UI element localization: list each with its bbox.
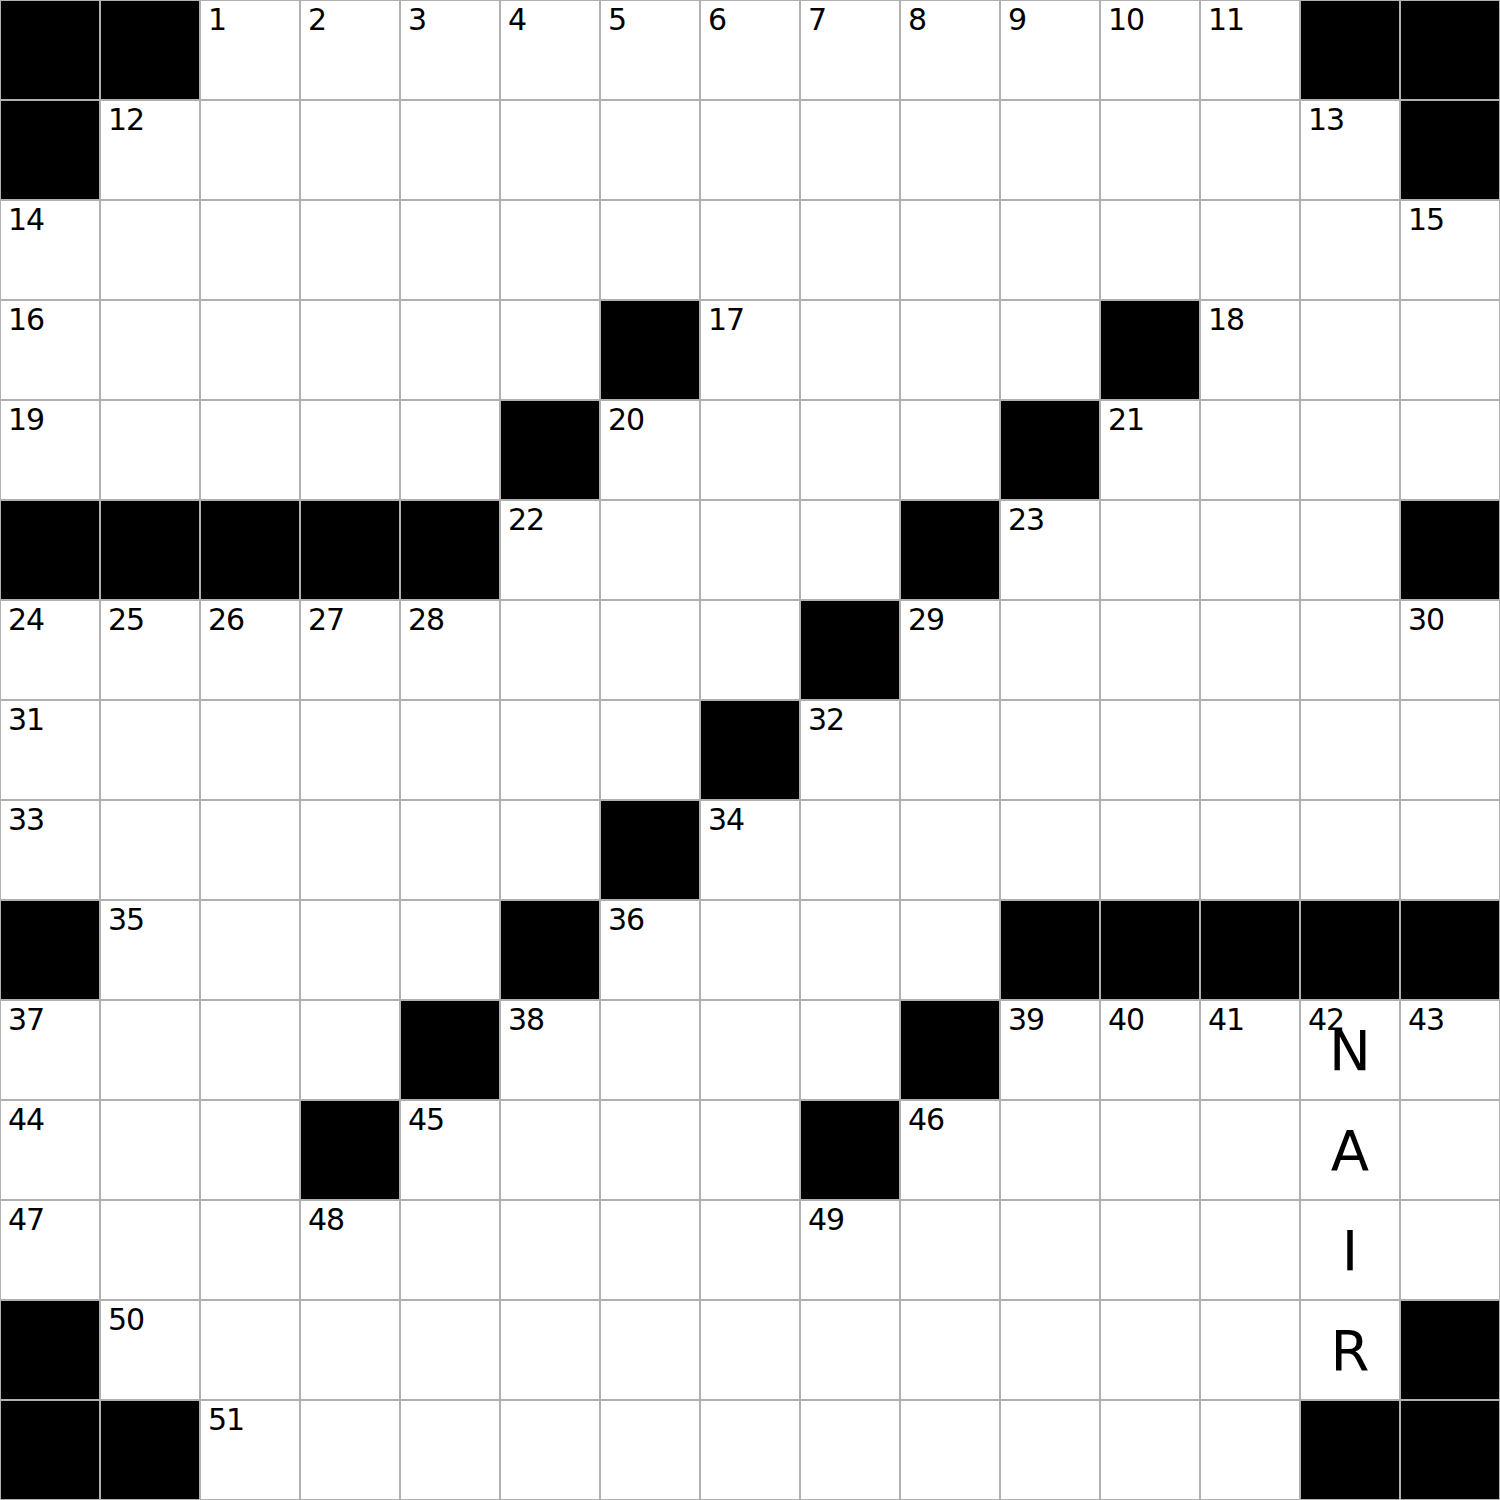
grid-cell[interactable] — [1100, 1300, 1200, 1400]
grid-cell[interactable] — [100, 1200, 200, 1300]
grid-cell[interactable] — [1000, 1400, 1100, 1500]
grid-cell[interactable] — [500, 1400, 600, 1500]
block-cell — [800, 600, 900, 700]
grid-cell[interactable]: 36 — [600, 900, 700, 1000]
grid-cell[interactable] — [1300, 500, 1400, 600]
grid-cell[interactable]: 13 — [1300, 100, 1400, 200]
grid-cell[interactable] — [600, 500, 700, 600]
clue-number: 1 — [208, 3, 226, 36]
clue-number: 11 — [1208, 3, 1244, 36]
grid-cell[interactable]: 25 — [100, 600, 200, 700]
grid-cell[interactable] — [800, 300, 900, 400]
crossword-grid: 1234567891011121314151617181920212223242… — [0, 0, 1500, 1500]
grid-cell[interactable] — [1200, 700, 1300, 800]
grid-cell[interactable] — [600, 700, 700, 800]
grid-cell[interactable] — [600, 200, 700, 300]
grid-cell[interactable]: 24 — [0, 600, 100, 700]
grid-cell[interactable] — [600, 1000, 700, 1100]
clue-number: 51 — [208, 1403, 244, 1436]
clue-number: 49 — [808, 1203, 844, 1236]
grid-cell[interactable]: 28 — [400, 600, 500, 700]
grid-cell[interactable] — [700, 600, 800, 700]
grid-cell[interactable] — [1100, 500, 1200, 600]
grid-cell[interactable] — [500, 1100, 600, 1200]
grid-cell[interactable] — [600, 1200, 700, 1300]
grid-cell[interactable] — [400, 800, 500, 900]
clue-number: 3 — [408, 3, 426, 36]
block-cell — [100, 0, 200, 100]
block-cell — [1300, 900, 1400, 1000]
clue-number: 21 — [1108, 403, 1144, 436]
grid-cell[interactable] — [1000, 700, 1100, 800]
block-cell — [0, 1400, 100, 1500]
grid-cell[interactable] — [500, 200, 600, 300]
block-cell — [1400, 1400, 1500, 1500]
grid-cell[interactable]: A — [1300, 1100, 1400, 1200]
grid-cell[interactable] — [600, 600, 700, 700]
clue-number: 32 — [808, 703, 844, 736]
grid-cell[interactable]: 40 — [1100, 1000, 1200, 1100]
grid-cell[interactable] — [800, 400, 900, 500]
grid-cell[interactable] — [400, 100, 500, 200]
grid-cell[interactable] — [800, 200, 900, 300]
grid-cell[interactable]: 47 — [0, 1200, 100, 1300]
grid-cell[interactable] — [800, 1000, 900, 1100]
grid-cell[interactable] — [200, 1000, 300, 1100]
grid-cell[interactable]: 11 — [1200, 0, 1300, 100]
grid-cell[interactable] — [200, 900, 300, 1000]
grid-cell[interactable] — [400, 700, 500, 800]
grid-cell[interactable] — [600, 1100, 700, 1200]
clue-number: 4 — [508, 3, 526, 36]
grid-cell[interactable] — [1000, 1300, 1100, 1400]
block-cell — [1400, 1300, 1500, 1400]
grid-cell[interactable] — [100, 800, 200, 900]
clue-number: 7 — [808, 3, 826, 36]
grid-cell[interactable] — [700, 200, 800, 300]
grid-cell[interactable]: 4 — [500, 0, 600, 100]
clue-number: 19 — [8, 403, 44, 436]
block-cell — [1400, 100, 1500, 200]
grid-cell[interactable] — [1000, 1200, 1100, 1300]
clue-number: 31 — [8, 703, 44, 736]
grid-cell[interactable] — [1400, 1100, 1500, 1200]
grid-cell[interactable]: 22 — [500, 500, 600, 600]
block-cell — [0, 100, 100, 200]
grid-cell[interactable] — [800, 1300, 900, 1400]
grid-cell[interactable] — [100, 700, 200, 800]
grid-cell[interactable]: 14 — [0, 200, 100, 300]
filled-letter: N — [1300, 1000, 1400, 1100]
grid-cell[interactable] — [1200, 100, 1300, 200]
grid-cell[interactable]: 50 — [100, 1300, 200, 1400]
grid-cell[interactable] — [1200, 1400, 1300, 1500]
grid-cell[interactable] — [1300, 300, 1400, 400]
grid-cell[interactable]: 43 — [1400, 1000, 1500, 1100]
grid-cell[interactable] — [1200, 500, 1300, 600]
grid-cell[interactable]: 33 — [0, 800, 100, 900]
grid-cell[interactable] — [1300, 400, 1400, 500]
grid-cell[interactable] — [700, 400, 800, 500]
grid-cell[interactable]: 35 — [100, 900, 200, 1000]
grid-cell[interactable]: 15 — [1400, 200, 1500, 300]
block-cell — [900, 1000, 1000, 1100]
grid-cell[interactable] — [200, 700, 300, 800]
grid-cell[interactable] — [300, 200, 400, 300]
block-cell — [0, 500, 100, 600]
clue-number: 35 — [108, 903, 144, 936]
clue-number: 30 — [1408, 603, 1444, 636]
grid-cell[interactable] — [700, 1000, 800, 1100]
block-cell — [300, 1100, 400, 1200]
grid-cell[interactable] — [1000, 300, 1100, 400]
grid-cell[interactable] — [700, 900, 800, 1000]
grid-cell[interactable] — [1400, 800, 1500, 900]
grid-cell[interactable] — [900, 100, 1000, 200]
grid-cell[interactable] — [1300, 700, 1400, 800]
grid-cell[interactable] — [300, 900, 400, 1000]
grid-cell[interactable] — [1300, 600, 1400, 700]
grid-cell[interactable] — [1400, 1200, 1500, 1300]
grid-cell[interactable]: 19 — [0, 400, 100, 500]
grid-cell[interactable]: 42N — [1300, 1000, 1400, 1100]
filled-letter: I — [1300, 1200, 1400, 1300]
grid-cell[interactable] — [700, 1200, 800, 1300]
grid-cell[interactable] — [1200, 1300, 1300, 1400]
grid-cell[interactable] — [1100, 700, 1200, 800]
grid-cell[interactable]: 46 — [900, 1100, 1000, 1200]
clue-number: 28 — [408, 603, 444, 636]
grid-cell[interactable] — [300, 300, 400, 400]
clue-number: 47 — [8, 1203, 44, 1236]
grid-cell[interactable] — [700, 1300, 800, 1400]
grid-cell[interactable]: 10 — [1100, 0, 1200, 100]
clue-number: 5 — [608, 3, 626, 36]
block-cell — [1000, 400, 1100, 500]
grid-cell[interactable] — [1200, 1200, 1300, 1300]
grid-cell[interactable]: 7 — [800, 0, 900, 100]
grid-cell[interactable] — [100, 1100, 200, 1200]
grid-cell[interactable] — [1000, 800, 1100, 900]
clue-number: 23 — [1008, 503, 1044, 536]
clue-number: 43 — [1408, 1003, 1444, 1036]
clue-number: 17 — [708, 303, 744, 336]
grid-cell[interactable]: 30 — [1400, 600, 1500, 700]
grid-cell[interactable] — [1400, 300, 1500, 400]
grid-cell[interactable] — [1200, 600, 1300, 700]
grid-cell[interactable] — [800, 800, 900, 900]
grid-cell[interactable] — [1200, 400, 1300, 500]
grid-cell[interactable] — [400, 900, 500, 1000]
grid-cell[interactable] — [900, 700, 1000, 800]
grid-cell[interactable]: 44 — [0, 1100, 100, 1200]
grid-cell[interactable] — [1000, 1100, 1100, 1200]
grid-cell[interactable] — [1000, 200, 1100, 300]
clue-number: 9 — [1008, 3, 1026, 36]
block-cell — [1200, 900, 1300, 1000]
block-cell — [100, 1400, 200, 1500]
grid-cell[interactable] — [900, 1400, 1000, 1500]
grid-cell[interactable] — [400, 1300, 500, 1400]
block-cell — [400, 1000, 500, 1100]
grid-cell[interactable] — [200, 1100, 300, 1200]
grid-cell[interactable] — [300, 1400, 400, 1500]
clue-number: 14 — [8, 203, 44, 236]
clue-number: 46 — [908, 1103, 944, 1136]
clue-number: 41 — [1208, 1003, 1244, 1036]
clue-number: 29 — [908, 603, 944, 636]
block-cell — [1400, 0, 1500, 100]
clue-number: 36 — [608, 903, 644, 936]
clue-number: 22 — [508, 503, 544, 536]
grid-cell[interactable] — [300, 700, 400, 800]
grid-cell[interactable]: I — [1300, 1200, 1400, 1300]
grid-cell[interactable] — [400, 200, 500, 300]
grid-cell[interactable] — [100, 400, 200, 500]
clue-number: 12 — [108, 103, 144, 136]
clue-number: 33 — [8, 803, 44, 836]
grid-cell[interactable] — [200, 200, 300, 300]
grid-cell[interactable]: 16 — [0, 300, 100, 400]
grid-cell[interactable] — [600, 1400, 700, 1500]
clue-number: 16 — [8, 303, 44, 336]
grid-cell[interactable] — [700, 100, 800, 200]
grid-cell[interactable]: 27 — [300, 600, 400, 700]
grid-cell[interactable] — [500, 1300, 600, 1400]
grid-cell[interactable] — [100, 1000, 200, 1100]
grid-cell[interactable] — [100, 300, 200, 400]
grid-cell[interactable] — [300, 1000, 400, 1100]
clue-number: 10 — [1108, 3, 1144, 36]
grid-cell[interactable] — [700, 500, 800, 600]
block-cell — [0, 1300, 100, 1400]
clue-number: 38 — [508, 1003, 544, 1036]
grid-cell[interactable]: 6 — [700, 0, 800, 100]
grid-cell[interactable] — [1000, 600, 1100, 700]
grid-cell[interactable]: 3 — [400, 0, 500, 100]
grid-cell[interactable] — [600, 100, 700, 200]
clue-number: 24 — [8, 603, 44, 636]
grid-cell[interactable]: 49 — [800, 1200, 900, 1300]
grid-cell[interactable]: 39 — [1000, 1000, 1100, 1100]
grid-cell[interactable] — [1100, 1100, 1200, 1200]
clue-number: 50 — [108, 1303, 144, 1336]
grid-cell[interactable] — [800, 500, 900, 600]
clue-number: 34 — [708, 803, 744, 836]
block-cell — [100, 500, 200, 600]
block-cell — [1300, 1400, 1400, 1500]
clue-number: 40 — [1108, 1003, 1144, 1036]
grid-cell[interactable] — [1300, 800, 1400, 900]
block-cell — [1400, 500, 1500, 600]
clue-number: 8 — [908, 3, 926, 36]
grid-cell[interactable] — [1400, 400, 1500, 500]
grid-cell[interactable] — [500, 300, 600, 400]
block-cell — [500, 900, 600, 1000]
clue-number: 13 — [1308, 103, 1344, 136]
grid-cell[interactable] — [1000, 100, 1100, 200]
grid-cell[interactable] — [400, 1400, 500, 1500]
clue-number: 26 — [208, 603, 244, 636]
grid-cell[interactable]: 37 — [0, 1000, 100, 1100]
clue-number: 37 — [8, 1003, 44, 1036]
grid-cell[interactable] — [1200, 800, 1300, 900]
grid-cell[interactable] — [500, 600, 600, 700]
grid-cell[interactable] — [800, 900, 900, 1000]
grid-cell[interactable] — [300, 1300, 400, 1400]
grid-cell[interactable] — [900, 1200, 1000, 1300]
grid-cell[interactable]: 32 — [800, 700, 900, 800]
grid-cell[interactable] — [500, 700, 600, 800]
grid-cell[interactable] — [1200, 200, 1300, 300]
grid-cell[interactable]: 29 — [900, 600, 1000, 700]
block-cell — [1100, 300, 1200, 400]
grid-cell[interactable]: 51 — [200, 1400, 300, 1500]
block-cell — [1300, 0, 1400, 100]
block-cell — [200, 500, 300, 600]
grid-cell[interactable] — [800, 1400, 900, 1500]
grid-cell[interactable] — [800, 100, 900, 200]
block-cell — [300, 500, 400, 600]
block-cell — [600, 800, 700, 900]
clue-number: 48 — [308, 1203, 344, 1236]
grid-cell[interactable] — [700, 1100, 800, 1200]
grid-cell[interactable] — [1400, 700, 1500, 800]
grid-cell[interactable]: 5 — [600, 0, 700, 100]
grid-cell[interactable] — [400, 400, 500, 500]
grid-cell[interactable] — [100, 200, 200, 300]
grid-cell[interactable] — [400, 1200, 500, 1300]
grid-cell[interactable]: 2 — [300, 0, 400, 100]
grid-cell[interactable] — [200, 400, 300, 500]
grid-cell[interactable]: 23 — [1000, 500, 1100, 600]
block-cell — [0, 900, 100, 1000]
grid-cell[interactable] — [900, 900, 1000, 1000]
clue-number: 45 — [408, 1103, 444, 1136]
grid-cell[interactable] — [900, 300, 1000, 400]
clue-number: 27 — [308, 603, 344, 636]
grid-cell[interactable]: 45 — [400, 1100, 500, 1200]
clue-number: 18 — [1208, 303, 1244, 336]
grid-cell[interactable] — [900, 400, 1000, 500]
block-cell — [400, 500, 500, 600]
grid-cell[interactable] — [1100, 100, 1200, 200]
grid-cell[interactable]: 48 — [300, 1200, 400, 1300]
grid-cell[interactable]: 38 — [500, 1000, 600, 1100]
grid-cell[interactable] — [200, 100, 300, 200]
grid-cell[interactable] — [300, 400, 400, 500]
grid-cell[interactable] — [1100, 600, 1200, 700]
grid-cell[interactable] — [1200, 1100, 1300, 1200]
block-cell — [800, 1100, 900, 1200]
grid-cell[interactable]: 8 — [900, 0, 1000, 100]
grid-cell[interactable]: 21 — [1100, 400, 1200, 500]
grid-cell[interactable]: 34 — [700, 800, 800, 900]
grid-cell[interactable] — [300, 800, 400, 900]
grid-cell[interactable] — [900, 800, 1000, 900]
grid-cell[interactable]: 20 — [600, 400, 700, 500]
grid-cell[interactable] — [200, 800, 300, 900]
grid-cell[interactable] — [200, 1200, 300, 1300]
filled-letter: A — [1300, 1100, 1400, 1200]
grid-cell[interactable] — [1100, 800, 1200, 900]
grid-cell[interactable] — [700, 1400, 800, 1500]
block-cell — [1000, 900, 1100, 1000]
grid-cell[interactable]: 9 — [1000, 0, 1100, 100]
block-cell — [600, 300, 700, 400]
grid-cell[interactable] — [1100, 1400, 1200, 1500]
grid-cell[interactable] — [300, 100, 400, 200]
grid-cell[interactable] — [400, 300, 500, 400]
grid-cell[interactable] — [900, 200, 1000, 300]
block-cell — [900, 500, 1000, 600]
block-cell — [1100, 900, 1200, 1000]
clue-number: 15 — [1408, 203, 1444, 236]
block-cell — [500, 400, 600, 500]
grid-cell[interactable] — [500, 1200, 600, 1300]
grid-cell[interactable] — [900, 1300, 1000, 1400]
clue-number: 39 — [1008, 1003, 1044, 1036]
grid-cell[interactable]: 12 — [100, 100, 200, 200]
grid-cell[interactable]: 17 — [700, 300, 800, 400]
block-cell — [700, 700, 800, 800]
filled-letter: R — [1300, 1300, 1400, 1400]
clue-number: 44 — [8, 1103, 44, 1136]
grid-cell[interactable] — [200, 300, 300, 400]
grid-cell[interactable]: 18 — [1200, 300, 1300, 400]
block-cell — [0, 0, 100, 100]
grid-cell[interactable] — [500, 100, 600, 200]
grid-cell[interactable]: 41 — [1200, 1000, 1300, 1100]
block-cell — [1400, 900, 1500, 1000]
grid-cell[interactable] — [200, 1300, 300, 1400]
grid-cell[interactable] — [1100, 1200, 1200, 1300]
clue-number: 25 — [108, 603, 144, 636]
clue-number: 2 — [308, 3, 326, 36]
grid-cell[interactable]: 26 — [200, 600, 300, 700]
grid-cell[interactable]: 1 — [200, 0, 300, 100]
grid-cell[interactable] — [1300, 200, 1400, 300]
grid-cell[interactable]: 31 — [0, 700, 100, 800]
grid-cell[interactable] — [1100, 200, 1200, 300]
clue-number: 6 — [708, 3, 726, 36]
clue-number: 20 — [608, 403, 644, 436]
grid-cell[interactable] — [600, 1300, 700, 1400]
grid-cell[interactable] — [500, 800, 600, 900]
grid-cell[interactable]: R — [1300, 1300, 1400, 1400]
